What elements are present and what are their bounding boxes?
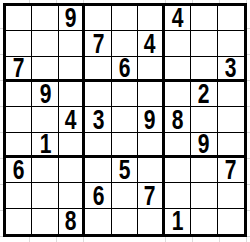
given-digit: 1 bbox=[172, 209, 184, 234]
cell-r5c7[interactable]: 8 bbox=[165, 107, 191, 132]
cell-r1c6[interactable] bbox=[138, 6, 164, 31]
cell-r8c9[interactable] bbox=[218, 183, 244, 208]
cell-r3c3[interactable] bbox=[59, 57, 85, 82]
cell-r4c6[interactable] bbox=[138, 82, 164, 107]
given-digit: 6 bbox=[13, 158, 25, 183]
cell-r9c5[interactable] bbox=[112, 209, 138, 234]
cell-r1c8[interactable] bbox=[191, 6, 217, 31]
given-digit: 8 bbox=[172, 107, 184, 132]
cell-r6c5[interactable] bbox=[112, 133, 138, 158]
cell-r9c7[interactable]: 1 bbox=[165, 209, 191, 234]
cell-r1c5[interactable] bbox=[112, 6, 138, 31]
cell-r9c2[interactable] bbox=[32, 209, 58, 234]
cell-r8c4[interactable]: 6 bbox=[85, 183, 111, 208]
cell-r6c4[interactable] bbox=[85, 133, 111, 158]
cell-r2c1[interactable] bbox=[6, 31, 32, 56]
cell-r7c7[interactable] bbox=[165, 158, 191, 183]
cell-r6c8[interactable]: 9 bbox=[191, 133, 217, 158]
given-digit: 8 bbox=[65, 209, 77, 234]
given-digit: 3 bbox=[92, 107, 104, 132]
given-digit: 7 bbox=[225, 158, 237, 183]
cell-r3c5[interactable]: 6 bbox=[112, 57, 138, 82]
given-digit: 2 bbox=[198, 82, 210, 107]
cell-r7c8[interactable] bbox=[191, 158, 217, 183]
cell-r5c5[interactable] bbox=[112, 107, 138, 132]
cell-r8c2[interactable] bbox=[32, 183, 58, 208]
cell-r9c6[interactable] bbox=[138, 209, 164, 234]
cell-r3c7[interactable] bbox=[165, 57, 191, 82]
cell-r6c6[interactable] bbox=[138, 133, 164, 158]
given-digit: 4 bbox=[172, 6, 184, 31]
cell-r6c7[interactable] bbox=[165, 133, 191, 158]
cell-r6c3[interactable] bbox=[59, 133, 85, 158]
given-digit: 7 bbox=[13, 57, 25, 82]
given-digit: 1 bbox=[39, 133, 51, 158]
given-digit: 4 bbox=[65, 107, 77, 132]
given-digit: 9 bbox=[65, 6, 77, 31]
cell-r8c8[interactable] bbox=[191, 183, 217, 208]
cell-r9c9[interactable] bbox=[218, 209, 244, 234]
cell-r9c3[interactable]: 8 bbox=[59, 209, 85, 234]
cell-r4c4[interactable] bbox=[85, 82, 111, 107]
given-digit: 4 bbox=[144, 31, 156, 56]
cell-r3c4[interactable] bbox=[85, 57, 111, 82]
cell-r4c1[interactable] bbox=[6, 82, 32, 107]
cell-r2c6[interactable]: 4 bbox=[138, 31, 164, 56]
cell-r9c4[interactable] bbox=[85, 209, 111, 234]
given-digit: 7 bbox=[92, 31, 104, 56]
cell-r8c7[interactable] bbox=[165, 183, 191, 208]
cell-r5c6[interactable]: 9 bbox=[138, 107, 164, 132]
cell-r3c9[interactable]: 3 bbox=[218, 57, 244, 82]
cell-r6c1[interactable] bbox=[6, 133, 32, 158]
cell-r8c1[interactable] bbox=[6, 183, 32, 208]
cell-r8c3[interactable] bbox=[59, 183, 85, 208]
cell-r1c2[interactable] bbox=[32, 6, 58, 31]
given-digit: 5 bbox=[119, 158, 131, 183]
cell-r2c4[interactable]: 7 bbox=[85, 31, 111, 56]
cell-r4c2[interactable]: 9 bbox=[32, 82, 58, 107]
cell-r2c7[interactable] bbox=[165, 31, 191, 56]
sudoku-board: 9474763924398196576781 bbox=[3, 3, 247, 237]
cell-r4c7[interactable] bbox=[165, 82, 191, 107]
cell-r2c2[interactable] bbox=[32, 31, 58, 56]
cell-r7c6[interactable] bbox=[138, 158, 164, 183]
cell-r5c1[interactable] bbox=[6, 107, 32, 132]
cell-r7c9[interactable]: 7 bbox=[218, 158, 244, 183]
given-digit: 3 bbox=[225, 57, 237, 82]
given-digit: 6 bbox=[119, 57, 131, 82]
cell-r2c9[interactable] bbox=[218, 31, 244, 56]
cell-r6c2[interactable]: 1 bbox=[32, 133, 58, 158]
given-digit: 6 bbox=[92, 183, 104, 208]
given-digit: 9 bbox=[198, 133, 210, 158]
cell-r5c2[interactable] bbox=[32, 107, 58, 132]
cell-r3c1[interactable]: 7 bbox=[6, 57, 32, 82]
cell-r5c9[interactable] bbox=[218, 107, 244, 132]
cell-r1c4[interactable] bbox=[85, 6, 111, 31]
cell-r4c9[interactable] bbox=[218, 82, 244, 107]
page-background: 9474763924398196576781 bbox=[0, 0, 250, 242]
cell-r5c8[interactable] bbox=[191, 107, 217, 132]
given-digit: 9 bbox=[39, 82, 51, 107]
cell-r7c4[interactable] bbox=[85, 158, 111, 183]
cell-r7c1[interactable]: 6 bbox=[6, 158, 32, 183]
cell-r4c5[interactable] bbox=[112, 82, 138, 107]
cell-r5c4[interactable]: 3 bbox=[85, 107, 111, 132]
cell-r8c6[interactable]: 7 bbox=[138, 183, 164, 208]
cell-r8c5[interactable] bbox=[112, 183, 138, 208]
cell-r7c2[interactable] bbox=[32, 158, 58, 183]
cell-r4c8[interactable]: 2 bbox=[191, 82, 217, 107]
cell-r5c3[interactable]: 4 bbox=[59, 107, 85, 132]
cell-r7c5[interactable]: 5 bbox=[112, 158, 138, 183]
cell-r7c3[interactable] bbox=[59, 158, 85, 183]
cell-r9c1[interactable] bbox=[6, 209, 32, 234]
cell-r2c8[interactable] bbox=[191, 31, 217, 56]
cell-r6c9[interactable] bbox=[218, 133, 244, 158]
cell-r1c3[interactable]: 9 bbox=[59, 6, 85, 31]
cell-r1c7[interactable]: 4 bbox=[165, 6, 191, 31]
cell-r1c1[interactable] bbox=[6, 6, 32, 31]
cell-r4c3[interactable] bbox=[59, 82, 85, 107]
cell-r2c3[interactable] bbox=[59, 31, 85, 56]
cell-r9c8[interactable] bbox=[191, 209, 217, 234]
cell-r3c8[interactable] bbox=[191, 57, 217, 82]
given-digit: 7 bbox=[144, 183, 156, 208]
cell-r3c6[interactable] bbox=[138, 57, 164, 82]
cell-r3c2[interactable] bbox=[32, 57, 58, 82]
given-digit: 9 bbox=[144, 107, 156, 132]
cell-r1c9[interactable] bbox=[218, 6, 244, 31]
cell-r2c5[interactable] bbox=[112, 31, 138, 56]
